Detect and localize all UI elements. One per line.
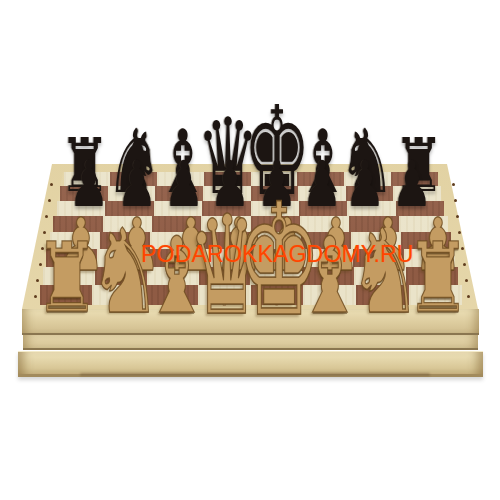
board-square-b2 [95, 267, 147, 286]
board-square-h7 [393, 186, 441, 201]
board-square-d8 [204, 172, 251, 186]
board-row-rank-7 [60, 186, 441, 201]
file-label-c: c [170, 301, 173, 307]
frame-pin-right [461, 247, 464, 250]
frame-pin-left [50, 183, 53, 186]
board-square-b7 [108, 186, 156, 201]
board-square-g5 [349, 216, 398, 232]
file-label-d: d [222, 301, 225, 307]
board-square-a4 [50, 232, 100, 249]
file-label-f: f [329, 301, 331, 307]
board-square-g2 [354, 267, 406, 286]
frame-pin-right [452, 183, 455, 186]
file-label-a: a [64, 301, 67, 307]
board-row-rank-5 [53, 216, 448, 232]
board-square-a5 [53, 216, 102, 232]
board-square-f2 [302, 267, 354, 286]
board-square-f7 [298, 186, 346, 201]
watermark-text: PODAROKKAGDOMY.RU [141, 241, 414, 268]
board-row-rank-8 [64, 172, 438, 186]
frame-pin-right [467, 295, 470, 298]
box-bottom-shadow [80, 373, 430, 376]
board-square-e7 [251, 186, 299, 201]
board-square-a3 [46, 249, 97, 267]
board-square-h2 [406, 267, 458, 286]
board-square-a2 [43, 267, 95, 286]
board-square-a8 [64, 172, 111, 186]
board-square-c6 [154, 201, 202, 217]
board-row-rank-2 [43, 267, 458, 286]
box-side-middle [23, 335, 478, 350]
board-row-rank-6 [57, 201, 445, 217]
frame-pin-left [41, 247, 44, 250]
board-row-rank-1 [40, 285, 462, 305]
board-square-e8 [251, 172, 298, 186]
board-square-g8 [344, 172, 391, 186]
board-square-e6 [251, 201, 299, 217]
file-label-h: h [433, 301, 436, 307]
board-square-c5 [152, 216, 201, 232]
board-square-g6 [347, 201, 395, 217]
frame-pin-right [465, 279, 468, 282]
board-square-b6 [105, 201, 153, 217]
board-square-b8 [110, 172, 157, 186]
board-square-c2 [147, 267, 199, 286]
board-square-f6 [299, 201, 347, 217]
board-square-e5 [251, 216, 300, 232]
board-square-h8 [391, 172, 438, 186]
board-square-a6 [57, 201, 105, 217]
board-square-d5 [201, 216, 250, 232]
board-square-c7 [155, 186, 203, 201]
board-square-f8 [297, 172, 344, 186]
board-square-d2 [199, 267, 251, 286]
file-label-e: e [275, 301, 278, 307]
box-side-upper [22, 309, 479, 335]
chess-set-photo: abcdefgh ♜♞♝♛♚♝♞♜♟♟♟♟♟♟♟♟♟♟♟♟♟♟♟♟♜♞♝♛♚♝♞… [0, 0, 500, 500]
board-square-f5 [300, 216, 349, 232]
frame-pin-right [463, 263, 466, 266]
board-square-c8 [157, 172, 204, 186]
frame-pin-left [34, 295, 37, 298]
board-square-e2 [250, 267, 302, 286]
board-square-h6 [396, 201, 444, 217]
board-square-d6 [202, 201, 250, 217]
board-square-b5 [103, 216, 152, 232]
board-square-a7 [60, 186, 108, 201]
file-label-b: b [117, 301, 120, 307]
board-square-g7 [346, 186, 394, 201]
frame-pin-left [39, 263, 42, 266]
board-square-d7 [203, 186, 251, 201]
file-label-g: g [381, 301, 384, 307]
frame-pin-left [48, 199, 51, 202]
board-square-h5 [399, 216, 448, 232]
